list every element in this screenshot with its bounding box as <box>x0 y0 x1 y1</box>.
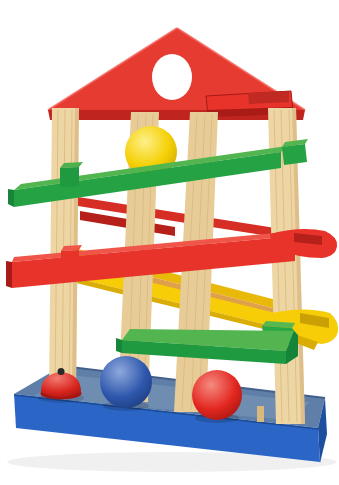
green-bottom-left-end <box>116 338 122 353</box>
bell-knob <box>58 368 65 375</box>
ball-run-illustration <box>0 0 339 485</box>
red-ramp-left-end <box>6 261 12 288</box>
blue-ball <box>100 356 152 408</box>
red-ball <box>192 370 242 420</box>
wooden-peg <box>257 406 264 422</box>
ledge-notch <box>248 91 289 104</box>
roof-ball-drop-hole <box>152 54 192 100</box>
red-stopper-cap <box>61 250 79 273</box>
green-ramp-left-end <box>8 189 14 207</box>
green-stopper-cap <box>60 167 79 187</box>
green-ramp-right-cap <box>282 144 307 165</box>
product-photo-wooden-ball-run <box>0 0 339 485</box>
